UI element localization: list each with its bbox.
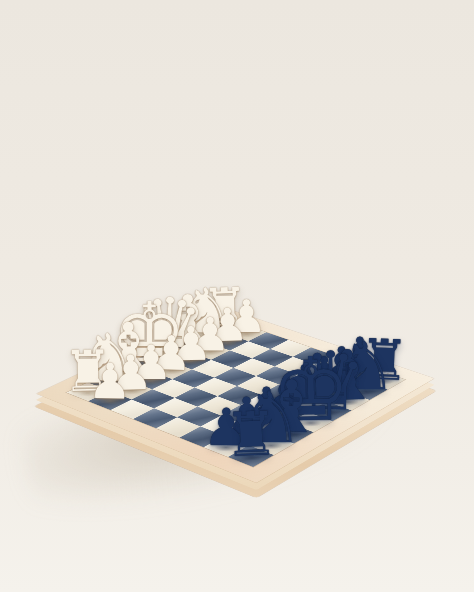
pieces-layer: ♜♞♝♛♚♝♞♜♟♟♟♟♟♟♟♟♟♟♟♟♟♟♟♟♜♞♝♛♚♝♞♜ [0,0,474,592]
white-pawn[interactable]: ♟ [88,358,133,408]
product-photo: ♜♞♝♛♚♝♞♜♟♟♟♟♟♟♟♟♟♟♟♟♟♟♟♟♜♞♝♛♚♝♞♜ [0,0,474,592]
blue-rook[interactable]: ♜ [223,403,279,465]
